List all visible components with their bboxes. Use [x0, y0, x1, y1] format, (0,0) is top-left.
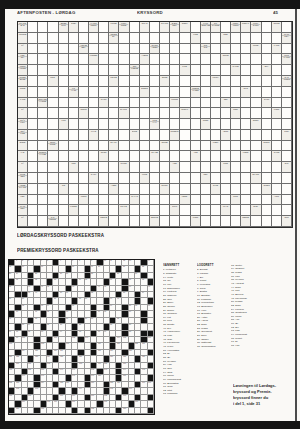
answer-cell[interactable] — [180, 173, 190, 184]
answer-cell[interactable] — [28, 98, 38, 109]
answer-cell[interactable] — [191, 130, 201, 141]
answer-cell[interactable] — [272, 65, 282, 76]
answer-cell[interactable] — [69, 184, 79, 195]
answer-cell[interactable] — [150, 195, 160, 206]
answer-cell[interactable] — [79, 76, 89, 87]
answer-cell[interactable] — [272, 98, 282, 109]
answer-cell[interactable] — [201, 33, 211, 44]
answer-cell[interactable] — [170, 65, 180, 76]
answer-cell[interactable] — [28, 151, 38, 162]
answer-cell[interactable] — [272, 216, 282, 227]
answer-cell[interactable] — [28, 216, 38, 227]
answer-cell[interactable] — [211, 130, 221, 141]
answer-cell[interactable] — [140, 151, 150, 162]
answer-cell[interactable] — [282, 22, 292, 33]
answer-cell[interactable] — [59, 162, 69, 173]
answer-cell[interactable] — [99, 162, 109, 173]
answer-cell[interactable] — [241, 141, 251, 152]
answer-cell[interactable] — [99, 87, 109, 98]
answer-cell[interactable] — [38, 184, 48, 195]
answer-cell[interactable] — [48, 173, 58, 184]
answer-cell[interactable] — [180, 151, 190, 162]
answer-cell[interactable] — [38, 162, 48, 173]
answer-cell[interactable] — [28, 44, 38, 55]
answer-cell[interactable] — [119, 130, 129, 141]
answer-cell[interactable] — [150, 141, 160, 152]
answer-cell[interactable] — [48, 108, 58, 119]
answer-cell[interactable] — [119, 151, 129, 162]
answer-cell[interactable] — [150, 173, 160, 184]
answer-cell[interactable] — [262, 33, 272, 44]
answer-cell[interactable] — [272, 130, 282, 141]
answer-cell[interactable] — [191, 108, 201, 119]
answer-cell[interactable] — [130, 162, 140, 173]
answer-cell[interactable] — [89, 108, 99, 119]
answer-cell[interactable] — [282, 87, 292, 98]
answer-cell[interactable] — [89, 98, 99, 109]
answer-cell[interactable] — [150, 98, 160, 109]
answer-cell[interactable] — [119, 173, 129, 184]
answer-cell[interactable] — [28, 65, 38, 76]
answer-cell[interactable] — [38, 141, 48, 152]
answer-cell[interactable] — [241, 76, 251, 87]
answer-cell[interactable] — [89, 65, 99, 76]
answer-cell[interactable] — [272, 54, 282, 65]
answer-cell[interactable] — [211, 65, 221, 76]
answer-cell[interactable] — [201, 151, 211, 162]
answer-cell[interactable] — [140, 141, 150, 152]
answer-cell[interactable] — [79, 98, 89, 109]
answer-cell[interactable] — [130, 22, 140, 33]
answer-cell[interactable] — [28, 22, 38, 33]
answer-cell[interactable] — [231, 87, 241, 98]
answer-cell[interactable] — [231, 173, 241, 184]
answer-cell[interactable] — [251, 33, 261, 44]
answer-cell[interactable] — [130, 76, 140, 87]
answer-cell[interactable] — [130, 184, 140, 195]
answer-cell[interactable] — [231, 205, 241, 216]
answer-cell[interactable] — [140, 162, 150, 173]
answer-cell[interactable] — [272, 205, 282, 216]
answer-cell[interactable] — [251, 76, 261, 87]
answer-cell[interactable] — [119, 195, 129, 206]
answer-cell[interactable] — [59, 151, 69, 162]
answer-cell[interactable] — [272, 76, 282, 87]
answer-cell[interactable] — [69, 76, 79, 87]
answer-cell[interactable] — [109, 119, 119, 130]
answer-cell[interactable] — [140, 130, 150, 141]
answer-cell[interactable] — [109, 65, 119, 76]
answer-cell[interactable] — [28, 33, 38, 44]
answer-cell[interactable] — [69, 130, 79, 141]
answer-cell[interactable] — [119, 76, 129, 87]
answer-cell[interactable] — [28, 184, 38, 195]
answer-cell[interactable] — [140, 33, 150, 44]
answer-cell[interactable] — [191, 173, 201, 184]
answer-cell[interactable] — [69, 151, 79, 162]
answer-cell[interactable] — [201, 108, 211, 119]
answer-cell[interactable] — [48, 151, 58, 162]
answer-cell[interactable] — [140, 44, 150, 55]
answer-cell[interactable] — [211, 205, 221, 216]
answer-cell[interactable] — [28, 173, 38, 184]
answer-cell[interactable] — [69, 216, 79, 227]
answer-cell[interactable] — [28, 162, 38, 173]
answer-cell[interactable] — [160, 216, 170, 227]
answer-cell[interactable] — [170, 54, 180, 65]
answer-cell[interactable] — [282, 195, 292, 206]
answer-cell[interactable] — [191, 44, 201, 55]
answer-cell[interactable] — [231, 76, 241, 87]
answer-cell[interactable] — [38, 44, 48, 55]
answer-cell[interactable] — [231, 216, 241, 227]
answer-cell[interactable] — [89, 216, 99, 227]
answer-cell[interactable] — [251, 65, 261, 76]
answer-cell[interactable] — [130, 141, 140, 152]
answer-cell[interactable] — [150, 87, 160, 98]
answer-cell[interactable] — [191, 184, 201, 195]
answer-cell[interactable] — [221, 141, 231, 152]
answer-cell[interactable] — [241, 98, 251, 109]
answer-cell[interactable] — [28, 205, 38, 216]
answer-cell[interactable] — [130, 44, 140, 55]
answer-cell[interactable] — [130, 216, 140, 227]
answer-cell[interactable] — [89, 162, 99, 173]
answer-cell[interactable] — [79, 162, 89, 173]
answer-cell[interactable] — [221, 108, 231, 119]
premiekryssord-grid[interactable]: 1234567891011121314151617181920212223242… — [8, 259, 155, 415]
answer-cell[interactable] — [191, 162, 201, 173]
answer-cell[interactable] — [251, 141, 261, 152]
answer-cell[interactable] — [59, 65, 69, 76]
answer-cell[interactable] — [28, 87, 38, 98]
answer-cell[interactable] — [282, 119, 292, 130]
answer-cell[interactable] — [59, 33, 69, 44]
answer-cell[interactable] — [28, 195, 38, 206]
answer-cell[interactable] — [180, 33, 190, 44]
answer-cell[interactable] — [89, 44, 99, 55]
answer-cell[interactable] — [38, 173, 48, 184]
answer-cell[interactable] — [48, 22, 58, 33]
answer-cell[interactable] — [211, 162, 221, 173]
answer-cell[interactable] — [221, 44, 231, 55]
answer-cell[interactable] — [170, 108, 180, 119]
answer-cell[interactable] — [119, 184, 129, 195]
answer-cell[interactable] — [241, 162, 251, 173]
answer-cell[interactable] — [38, 54, 48, 65]
answer-cell[interactable] — [99, 76, 109, 87]
answer-cell[interactable] — [160, 162, 170, 173]
answer-cell[interactable] — [99, 54, 109, 65]
answer-cell[interactable] — [48, 184, 58, 195]
answer-cell[interactable] — [241, 65, 251, 76]
answer-cell[interactable] — [119, 54, 129, 65]
answer-cell[interactable] — [48, 119, 58, 130]
answer-cell[interactable] — [28, 119, 38, 130]
answer-cell[interactable] — [251, 216, 261, 227]
answer-cell[interactable] — [69, 98, 79, 109]
answer-cell[interactable] — [211, 54, 221, 65]
answer-cell[interactable] — [140, 108, 150, 119]
answer-cell[interactable] — [69, 44, 79, 55]
answer-cell[interactable] — [119, 98, 129, 109]
answer-cell[interactable] — [130, 173, 140, 184]
answer-cell[interactable] — [191, 205, 201, 216]
answer-cell[interactable] — [109, 54, 119, 65]
answer-cell[interactable] — [48, 205, 58, 216]
answer-cell[interactable] — [170, 195, 180, 206]
answer-cell[interactable] — [99, 33, 109, 44]
answer-cell[interactable] — [38, 119, 48, 130]
answer-cell[interactable] — [191, 119, 201, 130]
answer-cell[interactable] — [109, 162, 119, 173]
answer-cell[interactable] — [160, 65, 170, 76]
answer-cell[interactable] — [38, 33, 48, 44]
answer-cell[interactable] — [59, 141, 69, 152]
answer-cell[interactable] — [130, 98, 140, 109]
answer-cell[interactable] — [201, 205, 211, 216]
answer-cell[interactable] — [160, 44, 170, 55]
answer-cell[interactable] — [38, 108, 48, 119]
answer-cell[interactable] — [99, 130, 109, 141]
answer-cell[interactable] — [69, 195, 79, 206]
answer-cell[interactable] — [99, 184, 109, 195]
answer-cell[interactable] — [79, 33, 89, 44]
answer-cell[interactable] — [272, 87, 282, 98]
answer-cell[interactable] — [28, 54, 38, 65]
answer-cell[interactable] — [211, 98, 221, 109]
answer-cell[interactable] — [272, 162, 282, 173]
answer-cell[interactable] — [140, 98, 150, 109]
answer-cell[interactable] — [251, 98, 261, 109]
answer-cell[interactable] — [28, 76, 38, 87]
answer-cell[interactable] — [109, 130, 119, 141]
answer-cell[interactable] — [48, 44, 58, 55]
answer-cell[interactable] — [191, 141, 201, 152]
answer-cell[interactable] — [191, 65, 201, 76]
answer-cell[interactable] — [191, 22, 201, 33]
answer-cell[interactable] — [201, 216, 211, 227]
answer-cell[interactable] — [150, 65, 160, 76]
answer-cell[interactable] — [89, 151, 99, 162]
answer-cell[interactable] — [211, 108, 221, 119]
answer-cell[interactable] — [262, 44, 272, 55]
answer-cell[interactable] — [262, 195, 272, 206]
answer-cell[interactable] — [150, 33, 160, 44]
answer-cell[interactable] — [160, 54, 170, 65]
answer-cell[interactable] — [180, 76, 190, 87]
answer-cell[interactable] — [231, 44, 241, 55]
answer-cell[interactable] — [28, 141, 38, 152]
answer-cell[interactable] — [191, 76, 201, 87]
answer-cell[interactable] — [262, 87, 272, 98]
answer-cell[interactable] — [160, 205, 170, 216]
answer-cell[interactable] — [251, 151, 261, 162]
answer-cell[interactable] — [79, 22, 89, 33]
answer-cell[interactable] — [79, 184, 89, 195]
answer-cell[interactable] — [241, 44, 251, 55]
answer-cell[interactable] — [38, 195, 48, 206]
answer-cell[interactable] — [59, 54, 69, 65]
answer-cell[interactable] — [231, 33, 241, 44]
answer-cell[interactable] — [150, 54, 160, 65]
answer-cell[interactable] — [241, 205, 251, 216]
answer-cell[interactable] — [251, 195, 261, 206]
answer-cell[interactable] — [109, 151, 119, 162]
answer-cell[interactable] — [119, 33, 129, 44]
answer-cell[interactable] — [262, 216, 272, 227]
answer-cell[interactable] — [170, 216, 180, 227]
answer-cell[interactable] — [109, 205, 119, 216]
answer-cell[interactable] — [180, 87, 190, 98]
answer-cell[interactable] — [231, 98, 241, 109]
answer-cell[interactable] — [170, 151, 180, 162]
answer-cell[interactable] — [272, 141, 282, 152]
answer-cell[interactable] — [231, 130, 241, 141]
answer-cell[interactable] — [180, 162, 190, 173]
answer-cell[interactable] — [69, 141, 79, 152]
answer-cell[interactable] — [262, 119, 272, 130]
answer-cell[interactable] — [241, 184, 251, 195]
answer-cell[interactable] — [28, 108, 38, 119]
answer-cell[interactable] — [140, 65, 150, 76]
answer-cell[interactable] — [241, 54, 251, 65]
answer-cell[interactable] — [89, 33, 99, 44]
answer-cell[interactable] — [201, 162, 211, 173]
answer-cell[interactable] — [180, 216, 190, 227]
answer-cell[interactable] — [69, 54, 79, 65]
answer-cell[interactable] — [59, 76, 69, 87]
answer-cell[interactable] — [251, 108, 261, 119]
answer-cell[interactable] — [191, 54, 201, 65]
answer-cell[interactable] — [211, 33, 221, 44]
answer-cell[interactable] — [109, 216, 119, 227]
answer-cell[interactable] — [241, 108, 251, 119]
answer-cell[interactable] — [119, 119, 129, 130]
answer-cell[interactable] — [262, 205, 272, 216]
answer-cell[interactable] — [262, 173, 272, 184]
answer-cell[interactable] — [170, 141, 180, 152]
answer-cell[interactable] — [211, 173, 221, 184]
answer-cell[interactable] — [48, 162, 58, 173]
answer-cell[interactable] — [221, 119, 231, 130]
answer-cell[interactable] — [99, 22, 109, 33]
answer-cell[interactable] — [251, 54, 261, 65]
answer-cell[interactable] — [160, 151, 170, 162]
answer-cell[interactable] — [282, 173, 292, 184]
answer-cell[interactable] — [79, 173, 89, 184]
answer-cell[interactable] — [48, 65, 58, 76]
answer-cell[interactable] — [59, 205, 69, 216]
answer-cell[interactable] — [109, 98, 119, 109]
answer-cell[interactable] — [130, 205, 140, 216]
answer-cell[interactable] — [211, 151, 221, 162]
answer-cell[interactable] — [221, 184, 231, 195]
answer-cell[interactable] — [262, 54, 272, 65]
answer-cell[interactable] — [231, 162, 241, 173]
answer-cell[interactable] — [48, 130, 58, 141]
answer-cell[interactable] — [99, 65, 109, 76]
answer-cell[interactable] — [48, 87, 58, 98]
answer-cell[interactable] — [150, 162, 160, 173]
answer-cell[interactable] — [79, 216, 89, 227]
answer-cell[interactable] — [282, 98, 292, 109]
answer-cell[interactable] — [160, 98, 170, 109]
answer-cell[interactable] — [282, 44, 292, 55]
answer-cell[interactable] — [251, 130, 261, 141]
answer-cell[interactable] — [79, 54, 89, 65]
answer-cell[interactable] — [99, 195, 109, 206]
answer-cell[interactable] — [99, 141, 109, 152]
answer-cell[interactable] — [69, 33, 79, 44]
lordagskryssord-grid[interactable]: TRAGEBÅDBRØDSKITGREIVALGTMENNPRISEFUGLTO… — [17, 21, 293, 228]
answer-cell[interactable] — [231, 184, 241, 195]
answer-cell[interactable] — [180, 205, 190, 216]
answer-cell[interactable] — [241, 33, 251, 44]
answer-cell[interactable] — [119, 216, 129, 227]
answer-cell[interactable] — [170, 173, 180, 184]
answer-cell[interactable] — [109, 87, 119, 98]
answer-cell[interactable] — [109, 173, 119, 184]
answer-cell[interactable] — [180, 98, 190, 109]
answer-cell[interactable] — [150, 108, 160, 119]
answer-cell[interactable] — [262, 151, 272, 162]
answer-cell[interactable] — [170, 184, 180, 195]
answer-cell[interactable] — [59, 44, 69, 55]
answer-cell[interactable] — [140, 195, 150, 206]
answer-cell[interactable] — [99, 173, 109, 184]
answer-cell[interactable] — [59, 87, 69, 98]
answer-cell[interactable] — [160, 87, 170, 98]
answer-cell[interactable] — [79, 151, 89, 162]
answer-cell[interactable] — [191, 98, 201, 109]
answer-cell[interactable] — [150, 184, 160, 195]
answer-cell[interactable] — [99, 205, 109, 216]
answer-cell[interactable] — [251, 162, 261, 173]
answer-cell[interactable] — [89, 205, 99, 216]
answer-cell[interactable] — [221, 216, 231, 227]
answer-cell[interactable] — [69, 119, 79, 130]
answer-cell[interactable] — [69, 65, 79, 76]
answer-cell[interactable] — [282, 141, 292, 152]
answer-cell[interactable] — [79, 119, 89, 130]
answer-cell[interactable] — [140, 216, 150, 227]
answer-cell[interactable] — [211, 119, 221, 130]
answer-cell[interactable] — [28, 130, 38, 141]
answer-cell[interactable] — [48, 33, 58, 44]
answer-cell[interactable] — [282, 184, 292, 195]
answer-cell[interactable] — [99, 119, 109, 130]
answer-cell[interactable] — [221, 173, 231, 184]
answer-cell[interactable] — [221, 76, 231, 87]
answer-cell[interactable] — [140, 205, 150, 216]
answer-cell[interactable] — [130, 151, 140, 162]
answer-cell[interactable] — [262, 22, 272, 33]
answer-cell[interactable] — [201, 76, 211, 87]
answer-cell[interactable] — [119, 141, 129, 152]
answer-cell[interactable] — [201, 130, 211, 141]
answer-cell[interactable] — [180, 184, 190, 195]
answer-cell[interactable] — [150, 205, 160, 216]
answer-cell[interactable] — [221, 87, 231, 98]
answer-cell[interactable] — [251, 184, 261, 195]
answer-cell[interactable] — [201, 54, 211, 65]
answer-cell[interactable] — [48, 98, 58, 109]
answer-cell[interactable] — [262, 108, 272, 119]
answer-cell[interactable] — [160, 108, 170, 119]
answer-cell[interactable] — [262, 76, 272, 87]
answer-cell[interactable] — [59, 195, 69, 206]
